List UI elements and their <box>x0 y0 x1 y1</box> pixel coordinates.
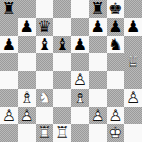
black-pawn[interactable]: ♟♟ <box>71 36 89 54</box>
square-b5[interactable] <box>18 53 36 71</box>
black-pawn-icon: ♟ <box>124 18 142 36</box>
square-a5[interactable] <box>0 53 18 71</box>
square-e6[interactable]: ♟♟ <box>71 36 89 54</box>
square-e1[interactable] <box>71 124 89 142</box>
white-bishop-icon: ♗ <box>18 89 36 107</box>
square-c7[interactable]: ♛♛ <box>36 18 54 36</box>
white-pawn[interactable]: ♟♙ <box>124 89 142 107</box>
square-d3[interactable] <box>53 89 71 107</box>
square-h8[interactable] <box>124 0 142 18</box>
square-h3[interactable]: ♟♙ <box>124 89 142 107</box>
square-f4[interactable] <box>89 71 107 89</box>
square-g8[interactable]: ♚♚ <box>107 0 125 18</box>
black-rook-icon: ♜ <box>89 0 107 18</box>
black-pawn-icon: ♟ <box>18 18 36 36</box>
black-pawn-icon: ♟ <box>89 18 107 36</box>
square-c5[interactable] <box>36 53 54 71</box>
black-bishop[interactable]: ♝♝ <box>36 36 54 54</box>
white-rook-icon: ♖ <box>53 124 71 142</box>
square-a6[interactable]: ♟♟ <box>0 36 18 54</box>
square-c1[interactable]: ♜♖ <box>36 124 54 142</box>
square-g3[interactable] <box>107 89 125 107</box>
square-c4[interactable] <box>36 71 54 89</box>
black-bishop-icon: ♝ <box>53 36 71 54</box>
white-pawn[interactable]: ♟♙ <box>89 107 107 125</box>
square-e8[interactable] <box>71 0 89 18</box>
square-e3[interactable]: ♝♗ <box>71 89 89 107</box>
square-f3[interactable] <box>89 89 107 107</box>
square-b6[interactable] <box>18 36 36 54</box>
square-f8[interactable]: ♜♜ <box>89 0 107 18</box>
white-queen-icon: ♕ <box>124 53 142 71</box>
square-e2[interactable] <box>71 107 89 125</box>
square-h4[interactable] <box>124 71 142 89</box>
square-g1[interactable]: ♚♔ <box>107 124 125 142</box>
square-d7[interactable] <box>53 18 71 36</box>
white-pawn[interactable]: ♟♙ <box>0 107 18 125</box>
white-pawn-icon: ♙ <box>18 107 36 125</box>
square-a1[interactable] <box>0 124 18 142</box>
square-a2[interactable]: ♟♙ <box>0 107 18 125</box>
black-pawn[interactable]: ♟♟ <box>89 18 107 36</box>
white-pawn-icon: ♙ <box>124 89 142 107</box>
square-g2[interactable]: ♟♙ <box>107 107 125 125</box>
white-pawn[interactable]: ♟♙ <box>107 107 125 125</box>
black-pawn[interactable]: ♟♟ <box>124 18 142 36</box>
black-queen-icon: ♛ <box>36 18 54 36</box>
white-knight[interactable]: ♞♘ <box>36 89 54 107</box>
white-rook-icon: ♖ <box>36 124 54 142</box>
square-d1[interactable]: ♜♖ <box>53 124 71 142</box>
square-d6[interactable]: ♝♝ <box>53 36 71 54</box>
black-pawn[interactable]: ♟♟ <box>107 18 125 36</box>
square-d5[interactable] <box>53 53 71 71</box>
square-h5[interactable]: ♛♕ <box>124 53 142 71</box>
black-rook[interactable]: ♜♜ <box>0 0 18 18</box>
black-rook[interactable]: ♜♜ <box>89 0 107 18</box>
white-knight-icon: ♘ <box>36 89 54 107</box>
square-f5[interactable] <box>89 53 107 71</box>
black-bishop-icon: ♝ <box>36 36 54 54</box>
square-h2[interactable] <box>124 107 142 125</box>
square-b4[interactable] <box>18 71 36 89</box>
black-pawn[interactable]: ♟♟ <box>18 18 36 36</box>
square-d8[interactable] <box>53 0 71 18</box>
square-a3[interactable] <box>0 89 18 107</box>
black-king[interactable]: ♚♚ <box>107 0 125 18</box>
black-pawn[interactable]: ♟♟ <box>0 36 18 54</box>
chess-board: ♜♜♜♜♚♚♟♟♛♛♟♟♟♟♟♟♟♟♝♝♝♝♟♟♞♞♛♕♟♙♝♗♞♘♝♗♟♙♟♙… <box>0 0 142 142</box>
square-a7[interactable] <box>0 18 18 36</box>
square-g5[interactable] <box>107 53 125 71</box>
square-e7[interactable] <box>71 18 89 36</box>
square-f2[interactable]: ♟♙ <box>89 107 107 125</box>
black-knight[interactable]: ♞♞ <box>107 36 125 54</box>
square-f7[interactable]: ♟♟ <box>89 18 107 36</box>
square-b1[interactable] <box>18 124 36 142</box>
square-c8[interactable] <box>36 0 54 18</box>
white-pawn-icon: ♙ <box>71 71 89 89</box>
white-pawn-icon: ♙ <box>107 107 125 125</box>
square-c6[interactable]: ♝♝ <box>36 36 54 54</box>
square-c2[interactable] <box>36 107 54 125</box>
square-b2[interactable]: ♟♙ <box>18 107 36 125</box>
black-rook-icon: ♜ <box>0 0 18 18</box>
black-knight-icon: ♞ <box>107 36 125 54</box>
square-d4[interactable] <box>53 71 71 89</box>
square-g6[interactable]: ♞♞ <box>107 36 125 54</box>
square-f1[interactable] <box>89 124 107 142</box>
black-pawn-icon: ♟ <box>71 36 89 54</box>
black-pawn-icon: ♟ <box>0 36 18 54</box>
square-h6[interactable] <box>124 36 142 54</box>
square-g4[interactable] <box>107 71 125 89</box>
white-queen[interactable]: ♛♕ <box>124 53 142 71</box>
square-h1[interactable] <box>124 124 142 142</box>
square-a8[interactable]: ♜♜ <box>0 0 18 18</box>
white-king[interactable]: ♚♔ <box>107 124 125 142</box>
black-queen[interactable]: ♛♛ <box>36 18 54 36</box>
black-pawn-icon: ♟ <box>107 18 125 36</box>
black-king-icon: ♚ <box>107 0 125 18</box>
white-rook[interactable]: ♜♖ <box>36 124 54 142</box>
white-king-icon: ♔ <box>107 124 125 142</box>
square-e5[interactable] <box>71 53 89 71</box>
square-c3[interactable]: ♞♘ <box>36 89 54 107</box>
square-b8[interactable] <box>18 0 36 18</box>
white-bishop-icon: ♗ <box>71 89 89 107</box>
square-h7[interactable]: ♟♟ <box>124 18 142 36</box>
black-bishop[interactable]: ♝♝ <box>53 36 71 54</box>
square-b3[interactable]: ♝♗ <box>18 89 36 107</box>
white-pawn-icon: ♙ <box>89 107 107 125</box>
square-b7[interactable]: ♟♟ <box>18 18 36 36</box>
white-bishop[interactable]: ♝♗ <box>18 89 36 107</box>
white-bishop[interactable]: ♝♗ <box>71 89 89 107</box>
white-pawn-icon: ♙ <box>0 107 18 125</box>
square-d2[interactable] <box>53 107 71 125</box>
square-g7[interactable]: ♟♟ <box>107 18 125 36</box>
white-rook[interactable]: ♜♖ <box>53 124 71 142</box>
square-f6[interactable] <box>89 36 107 54</box>
white-pawn[interactable]: ♟♙ <box>18 107 36 125</box>
square-a4[interactable] <box>0 71 18 89</box>
square-e4[interactable]: ♟♙ <box>71 71 89 89</box>
white-pawn[interactable]: ♟♙ <box>71 71 89 89</box>
